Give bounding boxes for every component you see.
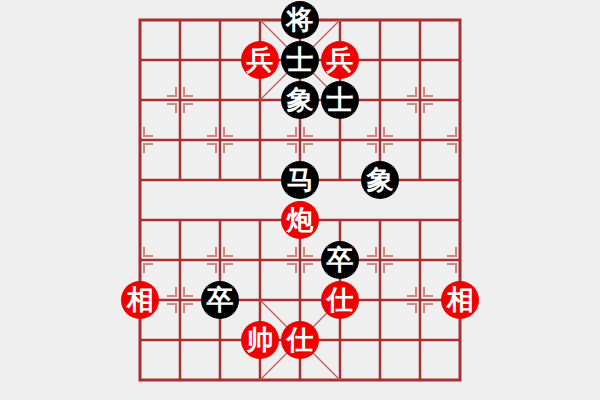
red-soldier-1[interactable]: 兵 [241,41,279,79]
black-soldier-2[interactable]: 卒 [201,281,239,319]
black-elephant-1[interactable]: 象 [281,81,319,119]
black-advisor-1[interactable]: 士 [281,41,319,79]
black-horse[interactable]: 马 [281,161,319,199]
red-advisor-1[interactable]: 仕 [321,281,359,319]
red-advisor-2[interactable]: 仕 [281,321,319,359]
red-general[interactable]: 帅 [241,321,279,359]
xiangqi-board-screen: 将兵士兵象士马象炮卒相卒仕相帅仕 [0,0,600,400]
black-soldier-1[interactable]: 卒 [321,241,359,279]
red-soldier-2[interactable]: 兵 [321,41,359,79]
red-cannon[interactable]: 炮 [281,201,319,239]
black-general[interactable]: 将 [281,1,319,39]
pieces-layer: 将兵士兵象士马象炮卒相卒仕相帅仕 [0,0,600,400]
red-elephant-1[interactable]: 相 [121,281,159,319]
black-elephant-2[interactable]: 象 [361,161,399,199]
black-advisor-2[interactable]: 士 [321,81,359,119]
red-elephant-2[interactable]: 相 [441,281,479,319]
